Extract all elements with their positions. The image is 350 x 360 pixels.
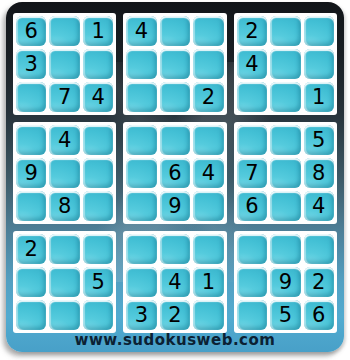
cell-r8c1[interactable]	[16, 267, 46, 297]
cell-r2c9[interactable]	[304, 49, 334, 79]
cell-r1c6[interactable]	[193, 16, 223, 46]
cell-r3c8[interactable]	[270, 82, 300, 112]
cell-r1c1: 6	[16, 16, 46, 46]
cell-r8c2[interactable]	[49, 267, 79, 297]
cell-r5c6: 4	[193, 158, 223, 188]
cell-r9c2[interactable]	[49, 300, 79, 330]
cell-r9c1[interactable]	[16, 300, 46, 330]
cell-r6c4[interactable]	[126, 191, 156, 221]
cell-r6c6[interactable]	[193, 191, 223, 221]
website-url: www.sudokusweb.com	[6, 331, 344, 349]
board-frame: 6137442241498649578642541329256 www.sudo…	[6, 2, 344, 352]
cell-r4c7[interactable]	[237, 125, 267, 155]
cell-r3c3: 4	[83, 82, 113, 112]
box-r1c1: 61374	[13, 13, 116, 115]
cell-r6c9: 4	[304, 191, 334, 221]
cell-r7c7[interactable]	[237, 234, 267, 264]
box-r2c1: 498	[13, 122, 116, 224]
box-r2c2: 649	[123, 122, 226, 224]
cell-r3c4[interactable]	[126, 82, 156, 112]
cell-r8c6: 1	[193, 267, 223, 297]
cell-r5c7: 7	[237, 158, 267, 188]
cell-r6c2: 8	[49, 191, 79, 221]
cell-r9c7[interactable]	[237, 300, 267, 330]
cell-r5c8[interactable]	[270, 158, 300, 188]
box-r2c3: 57864	[234, 122, 337, 224]
cell-r1c9[interactable]	[304, 16, 334, 46]
sudoku-board: 6137442241498649578642541329256	[13, 13, 337, 333]
cell-r1c3: 1	[83, 16, 113, 46]
cell-r5c4[interactable]	[126, 158, 156, 188]
cell-r7c8[interactable]	[270, 234, 300, 264]
cell-r2c2[interactable]	[49, 49, 79, 79]
cell-r9c5: 2	[160, 300, 190, 330]
cell-r9c9: 6	[304, 300, 334, 330]
cell-r1c4: 4	[126, 16, 156, 46]
cell-r5c2[interactable]	[49, 158, 79, 188]
cell-r2c1: 3	[16, 49, 46, 79]
sudoku-widget: 6137442241498649578642541329256 www.sudo…	[0, 0, 350, 360]
cell-r2c4[interactable]	[126, 49, 156, 79]
cell-r7c3[interactable]	[83, 234, 113, 264]
cell-r9c3[interactable]	[83, 300, 113, 330]
cell-r5c5: 6	[160, 158, 190, 188]
box-r3c2: 4132	[123, 231, 226, 333]
cell-r4c8[interactable]	[270, 125, 300, 155]
cell-r6c5: 9	[160, 191, 190, 221]
cell-r9c4: 3	[126, 300, 156, 330]
cell-r4c6[interactable]	[193, 125, 223, 155]
cell-r1c8[interactable]	[270, 16, 300, 46]
cell-r8c7[interactable]	[237, 267, 267, 297]
box-r1c2: 42	[123, 13, 226, 115]
cell-r3c1[interactable]	[16, 82, 46, 112]
cell-r5c9: 8	[304, 158, 334, 188]
cell-r3c7[interactable]	[237, 82, 267, 112]
cell-r2c6[interactable]	[193, 49, 223, 79]
cell-r8c9: 2	[304, 267, 334, 297]
cell-r4c5[interactable]	[160, 125, 190, 155]
cell-r1c7: 2	[237, 16, 267, 46]
box-r3c3: 9256	[234, 231, 337, 333]
cell-r7c9[interactable]	[304, 234, 334, 264]
cell-r3c5[interactable]	[160, 82, 190, 112]
cell-r6c1[interactable]	[16, 191, 46, 221]
cell-r4c3[interactable]	[83, 125, 113, 155]
cell-r2c5[interactable]	[160, 49, 190, 79]
cell-r3c6: 2	[193, 82, 223, 112]
cell-r7c2[interactable]	[49, 234, 79, 264]
box-r1c3: 241	[234, 13, 337, 115]
cell-r3c2: 7	[49, 82, 79, 112]
cell-r6c8[interactable]	[270, 191, 300, 221]
cell-r8c3: 5	[83, 267, 113, 297]
cell-r8c8: 9	[270, 267, 300, 297]
cell-r2c7: 4	[237, 49, 267, 79]
cell-r6c3[interactable]	[83, 191, 113, 221]
cell-r8c4[interactable]	[126, 267, 156, 297]
cell-r9c6[interactable]	[193, 300, 223, 330]
cell-r7c1: 2	[16, 234, 46, 264]
cell-r4c4[interactable]	[126, 125, 156, 155]
cell-r8c5: 4	[160, 267, 190, 297]
cell-r1c2[interactable]	[49, 16, 79, 46]
cell-r4c2: 4	[49, 125, 79, 155]
cell-r7c6[interactable]	[193, 234, 223, 264]
cell-r5c1: 9	[16, 158, 46, 188]
cell-r5c3[interactable]	[83, 158, 113, 188]
cell-r1c5[interactable]	[160, 16, 190, 46]
cell-r7c4[interactable]	[126, 234, 156, 264]
box-r3c1: 25	[13, 231, 116, 333]
cell-r3c9: 1	[304, 82, 334, 112]
cell-r7c5[interactable]	[160, 234, 190, 264]
cell-r4c9: 5	[304, 125, 334, 155]
cell-r4c1[interactable]	[16, 125, 46, 155]
cell-r2c8[interactable]	[270, 49, 300, 79]
cell-r2c3[interactable]	[83, 49, 113, 79]
cell-r9c8: 5	[270, 300, 300, 330]
cell-r6c7: 6	[237, 191, 267, 221]
